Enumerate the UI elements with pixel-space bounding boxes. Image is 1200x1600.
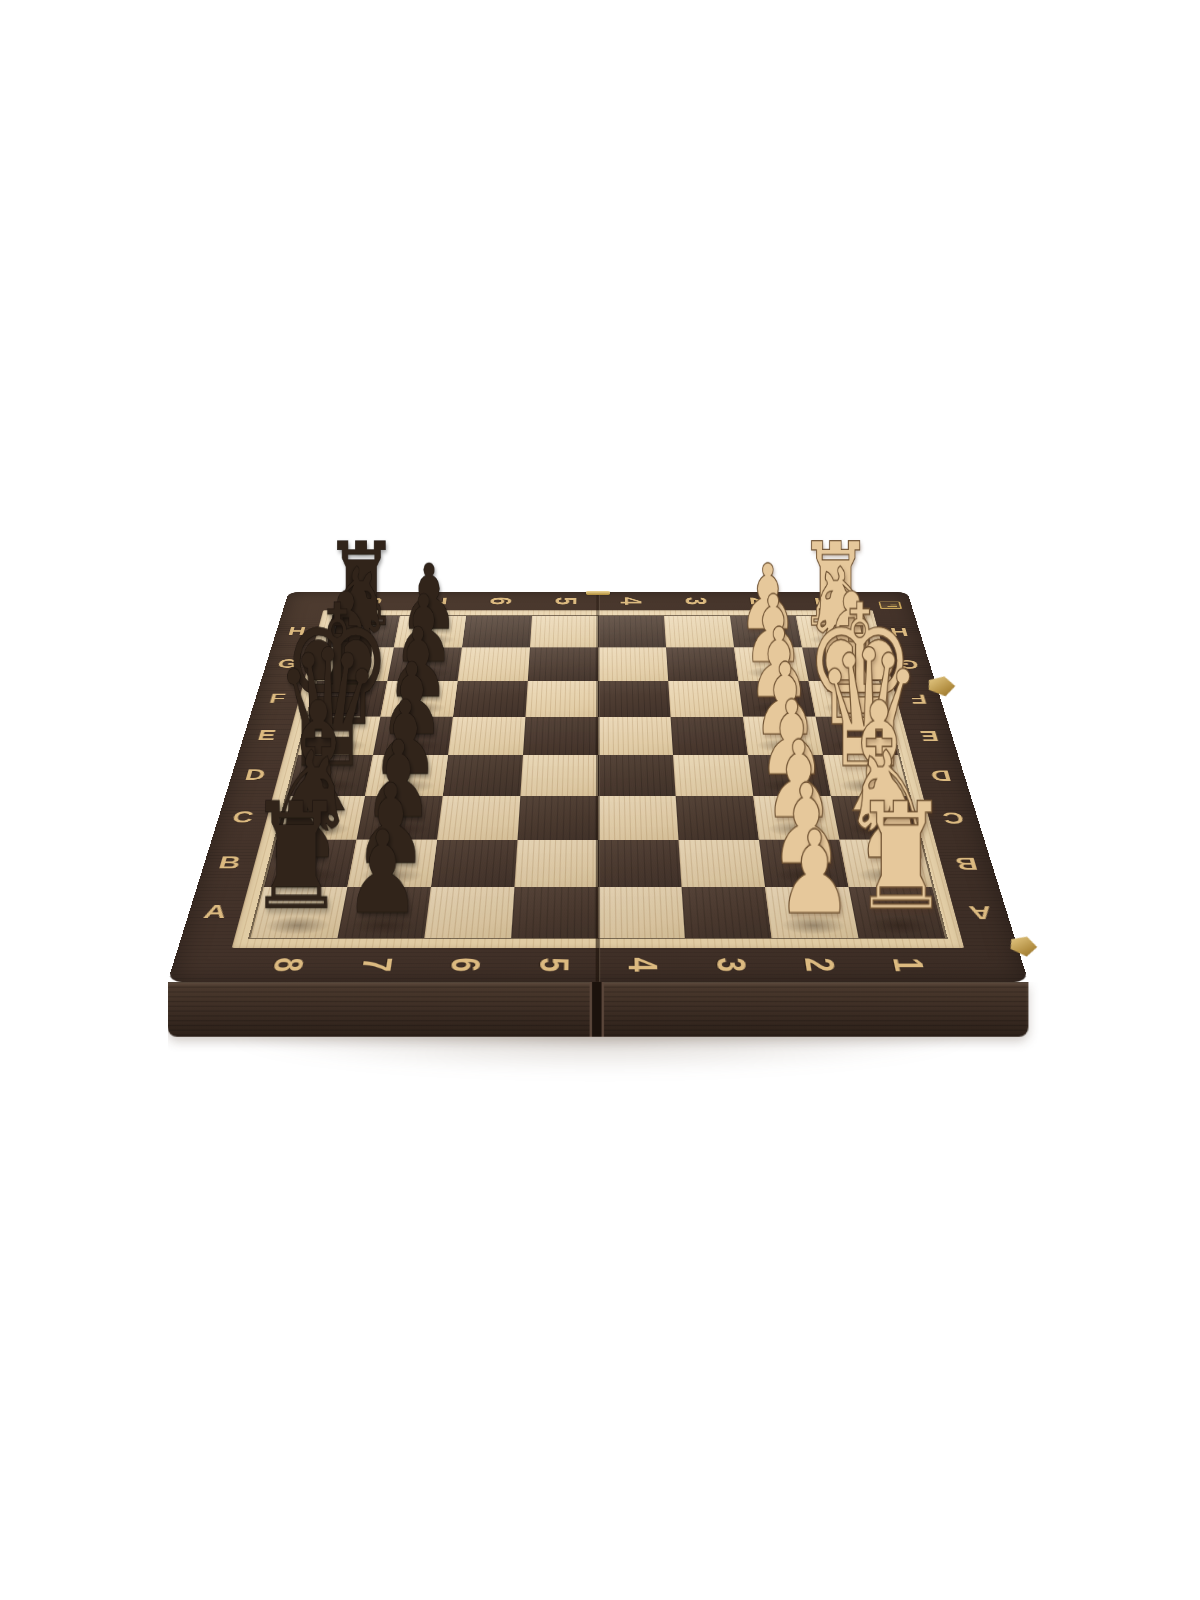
white-pawn: ♟ [776, 816, 852, 931]
square-d4 [598, 755, 676, 796]
rank-label-near-5: 5 [508, 948, 598, 982]
square-b3 [678, 840, 765, 887]
square-f6 [453, 681, 528, 717]
square-h4 [598, 616, 666, 648]
rank-label-near-1: 1 [860, 948, 956, 982]
rank-label-near-3: 3 [685, 948, 777, 982]
square-a4 [598, 887, 685, 938]
black-rook: ♜ [247, 784, 345, 931]
square-h5 [530, 616, 598, 648]
square-c4 [598, 796, 678, 840]
square-f4 [598, 681, 671, 717]
square-b4 [598, 840, 682, 887]
rank-label-near-8: 8 [239, 948, 335, 982]
square-g5 [528, 647, 598, 681]
rank-label-far-6: 6 [467, 592, 534, 610]
square-a8: ♜ [251, 887, 348, 938]
square-f3 [668, 681, 743, 717]
rank-label-far-5: 5 [532, 592, 598, 610]
chess-board: ♜♟♟♜♞♟♟♞♝♟♟♝♚♟♟♚♛♟♟♛♝♟♟♝♞♟♟♞♜♟♟♜ HGFEDCB… [168, 592, 1029, 982]
square-e5 [523, 717, 598, 755]
rank-label-near-4: 4 [598, 948, 688, 982]
black-pawn: ♟ [344, 816, 420, 931]
rank-label-near-6: 6 [419, 948, 511, 982]
square-d6 [443, 755, 523, 796]
square-c3 [676, 796, 759, 840]
square-b6 [431, 840, 518, 887]
rank-label-near-7: 7 [329, 948, 423, 982]
rank-label-near-2: 2 [773, 948, 867, 982]
square-a6 [424, 887, 514, 938]
square-g6 [458, 647, 530, 681]
box-front-face [168, 982, 1029, 1037]
white-studio-background: ♜♟♟♜♞♟♟♞♝♟♟♝♚♟♟♚♛♟♟♛♝♟♟♝♞♟♟♞♜♟♟♜ HGFEDCB… [0, 0, 1200, 1600]
square-g3 [666, 647, 738, 681]
square-e6 [448, 717, 525, 755]
square-a5 [511, 887, 598, 938]
square-g4 [598, 647, 668, 681]
square-f5 [525, 681, 598, 717]
square-h3 [664, 616, 734, 648]
rank-label-far-4: 4 [598, 592, 664, 610]
square-e4 [598, 717, 673, 755]
square-c6 [437, 796, 520, 840]
square-d5 [520, 755, 598, 796]
square-b5 [514, 840, 598, 887]
white-rook: ♜ [851, 784, 949, 931]
square-a1: ♜ [849, 887, 946, 938]
square-h6 [462, 616, 532, 648]
square-e3 [671, 717, 748, 755]
rank-label-far-3: 3 [662, 592, 729, 610]
square-d3 [673, 755, 753, 796]
square-c5 [518, 796, 598, 840]
fold-gap [590, 982, 604, 1037]
square-a7: ♟ [337, 887, 430, 938]
square-a2: ♟ [765, 887, 858, 938]
square-a3 [682, 887, 772, 938]
